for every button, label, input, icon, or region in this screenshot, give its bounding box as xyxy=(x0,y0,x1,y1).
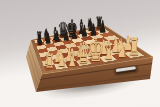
piece-black-pawn-d7[interactable]: ♟ xyxy=(62,28,70,43)
piece-white-rook-h1[interactable]: ♜ xyxy=(128,35,141,60)
piece-white-rook-a1[interactable]: ♜ xyxy=(45,53,56,73)
piece-white-knight-b1[interactable]: ♞ xyxy=(55,49,67,71)
piece-black-pawn-b7[interactable]: ♟ xyxy=(45,32,53,46)
piece-black-pawn-c7[interactable]: ♟ xyxy=(53,30,61,44)
piece-white-bishop-c1[interactable]: ♝ xyxy=(66,45,79,69)
chess-set-photo: ♜♞♝♛♚♝♞♜♟♟♟♟♟♟♟♟♟♟♟♟♟♟♟♟♜♞♝♛♚♝♞♜ xyxy=(0,0,160,107)
piece-black-pawn-a7[interactable]: ♟ xyxy=(37,33,44,47)
piece-white-knight-g1[interactable]: ♞ xyxy=(114,36,128,62)
